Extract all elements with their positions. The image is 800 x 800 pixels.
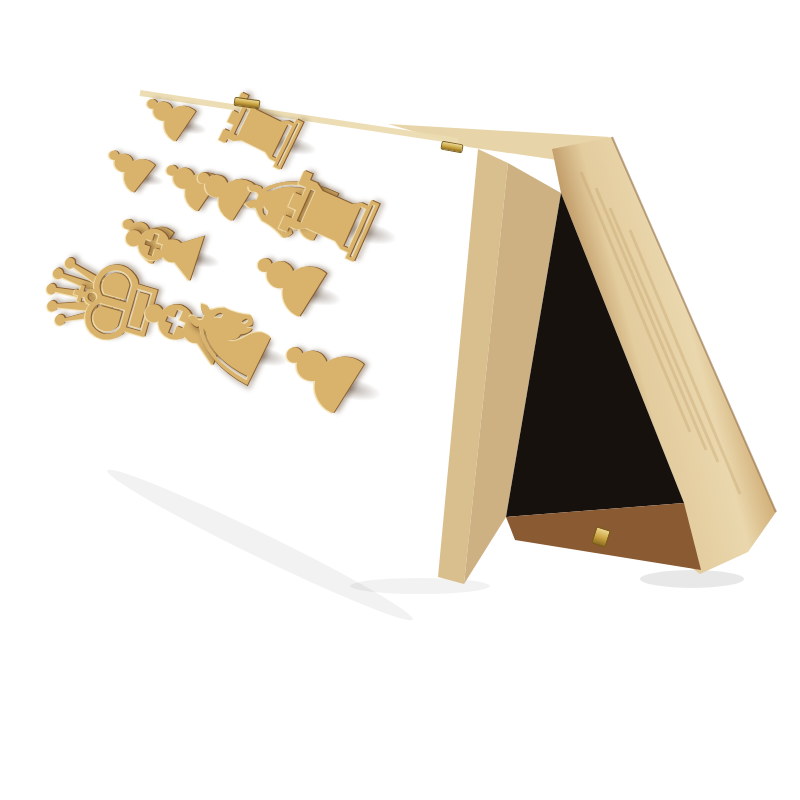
scene-background: [0, 0, 800, 800]
board-top-edge-sliver: [140, 93, 458, 141]
chess-set-product-photo: ♟♜♟♟♟♞♜♟♝♟♛♚♝♞♟: [0, 0, 800, 800]
